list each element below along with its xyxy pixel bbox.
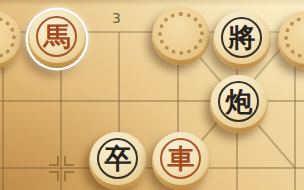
cannon-point-marker [49, 156, 59, 166]
piece-face: 馬 [29, 10, 85, 63]
piece-face [279, 11, 304, 64]
xiangqi-board[interactable]: 3 馬 將 炮 卒 車 [0, 0, 304, 190]
piece-face [0, 11, 21, 64]
piece-red-horse[interactable]: 馬 [28, 10, 86, 68]
piece-face: 將 [214, 11, 270, 64]
piece-glyph: 馬 [44, 23, 71, 50]
piece-face [153, 7, 209, 60]
piece-facedown[interactable] [0, 11, 22, 69]
cannon-point-marker [49, 171, 59, 181]
piece-glyph: 將 [229, 24, 256, 51]
piece-glyph: 卒 [105, 145, 132, 172]
piece-glyph: 車 [168, 145, 195, 172]
piece-glyph: 炮 [226, 88, 253, 115]
cannon-point-marker [64, 171, 74, 181]
file-number-label: 3 [112, 10, 121, 26]
piece-facedown[interactable] [152, 7, 210, 65]
piece-face: 車 [153, 132, 209, 185]
piece-face: 卒 [90, 132, 146, 185]
piece-black-soldier[interactable]: 卒 [89, 132, 147, 190]
piece-facedown[interactable] [278, 11, 304, 69]
piece-black-general[interactable]: 將 [213, 11, 271, 69]
piece-face: 炮 [211, 75, 267, 128]
piece-red-chariot[interactable]: 車 [152, 132, 210, 190]
piece-black-cannon[interactable]: 炮 [210, 75, 268, 133]
cannon-point-marker [64, 156, 74, 166]
